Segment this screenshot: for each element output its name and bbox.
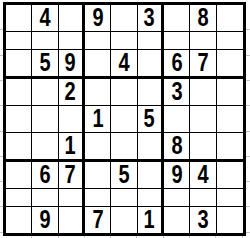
- cell-r7c8[interactable]: 4: [190, 162, 216, 189]
- cell-r4c7[interactable]: 3: [164, 79, 190, 106]
- cell-r5c2[interactable]: [32, 106, 58, 133]
- given-digit: 8: [171, 133, 182, 159]
- cell-r9c7[interactable]: [164, 207, 190, 233]
- cell-r5c4[interactable]: 1: [85, 106, 111, 133]
- cell-r9c2[interactable]: 9: [32, 207, 58, 233]
- cell-r4c6[interactable]: [138, 79, 164, 106]
- cell-r8c5[interactable]: [111, 189, 137, 207]
- given-digit: 9: [92, 5, 103, 31]
- given-digit: 7: [197, 50, 208, 76]
- cell-r7c2[interactable]: 6: [32, 162, 58, 189]
- cell-r4c5[interactable]: [111, 79, 137, 106]
- cell-r5c3[interactable]: [59, 106, 85, 133]
- given-digit: 4: [39, 5, 50, 31]
- cell-r9c3[interactable]: [59, 207, 85, 233]
- given-digit: 4: [197, 162, 208, 188]
- given-digit: 8: [197, 5, 208, 31]
- given-digit: 9: [65, 50, 76, 76]
- cell-r4c9[interactable]: [217, 79, 243, 106]
- cell-r6c2[interactable]: [32, 133, 58, 162]
- cell-r7c6[interactable]: [138, 162, 164, 189]
- given-digit: 7: [92, 207, 103, 233]
- cell-r6c8[interactable]: [190, 133, 216, 162]
- cell-r7c7[interactable]: 9: [164, 162, 190, 189]
- cell-r1c2[interactable]: 4: [32, 5, 58, 32]
- cell-r8c3[interactable]: [59, 189, 85, 207]
- cell-r1c4[interactable]: 9: [85, 5, 111, 32]
- cell-r1c6[interactable]: 3: [138, 5, 164, 32]
- cell-r2c9[interactable]: [217, 32, 243, 50]
- cell-r5c5[interactable]: [111, 106, 137, 133]
- given-digit: 3: [197, 207, 208, 233]
- cell-r7c1[interactable]: [6, 162, 32, 189]
- cell-r8c7[interactable]: [164, 189, 190, 207]
- cell-r7c9[interactable]: [217, 162, 243, 189]
- cell-r4c4[interactable]: [85, 79, 111, 106]
- sudoku-board: 493859467231518675949713: [3, 2, 246, 236]
- given-digit: 5: [118, 162, 129, 188]
- cell-r6c5[interactable]: [111, 133, 137, 162]
- given-digit: 1: [92, 106, 103, 132]
- cell-r1c8[interactable]: 8: [190, 5, 216, 32]
- cell-r3c6[interactable]: [138, 50, 164, 79]
- cell-r6c1[interactable]: [6, 133, 32, 162]
- cell-r3c2[interactable]: 5: [32, 50, 58, 79]
- given-digit: 9: [39, 207, 50, 233]
- given-digit: 4: [118, 50, 129, 76]
- cell-r4c8[interactable]: [190, 79, 216, 106]
- given-digit: 2: [65, 79, 76, 105]
- given-digit: 3: [171, 79, 182, 105]
- cell-r9c5[interactable]: [111, 207, 137, 233]
- cell-r7c4[interactable]: [85, 162, 111, 189]
- cell-r2c6[interactable]: [138, 32, 164, 50]
- spreadsheet-gridline-ticks-right: [246, 5, 250, 233]
- cell-r2c1[interactable]: [6, 32, 32, 50]
- cell-r9c6[interactable]: 1: [138, 207, 164, 233]
- cell-r4c3[interactable]: 2: [59, 79, 85, 106]
- cell-r7c3[interactable]: 7: [59, 162, 85, 189]
- cell-r5c7[interactable]: [164, 106, 190, 133]
- cell-r1c1[interactable]: [6, 5, 32, 32]
- cell-r5c8[interactable]: [190, 106, 216, 133]
- cell-r1c3[interactable]: [59, 5, 85, 32]
- given-digit: 9: [171, 162, 182, 188]
- cell-r6c3[interactable]: 1: [59, 133, 85, 162]
- cell-r3c3[interactable]: 9: [59, 50, 85, 79]
- cell-r1c5[interactable]: [111, 5, 137, 32]
- given-digit: 1: [144, 207, 155, 233]
- cell-r3c7[interactable]: 6: [164, 50, 190, 79]
- given-digit: 1: [65, 133, 76, 159]
- spreadsheet-gridline-ticks-bottom: [6, 236, 243, 238]
- cell-r1c9[interactable]: [217, 5, 243, 32]
- cell-r2c4[interactable]: [85, 32, 111, 50]
- cell-r9c1[interactable]: [6, 207, 32, 233]
- cell-r9c9[interactable]: [217, 207, 243, 233]
- given-digit: 6: [171, 50, 182, 76]
- cell-r5c9[interactable]: [217, 106, 243, 133]
- cell-r6c6[interactable]: [138, 133, 164, 162]
- given-digit: 6: [39, 162, 50, 188]
- cell-r7c5[interactable]: 5: [111, 162, 137, 189]
- cell-r3c5[interactable]: 4: [111, 50, 137, 79]
- cell-r3c4[interactable]: [85, 50, 111, 79]
- cell-r4c1[interactable]: [6, 79, 32, 106]
- cell-r4c2[interactable]: [32, 79, 58, 106]
- cell-r3c9[interactable]: [217, 50, 243, 79]
- given-digit: 5: [144, 106, 155, 132]
- cell-r5c6[interactable]: 5: [138, 106, 164, 133]
- cell-r6c7[interactable]: 8: [164, 133, 190, 162]
- cell-r8c9[interactable]: [217, 189, 243, 207]
- given-digit: 7: [65, 162, 76, 188]
- cell-r6c9[interactable]: [217, 133, 243, 162]
- cell-r9c8[interactable]: 3: [190, 207, 216, 233]
- given-digit: 5: [39, 50, 50, 76]
- cell-r3c8[interactable]: 7: [190, 50, 216, 79]
- cell-r8c1[interactable]: [6, 189, 32, 207]
- cell-r6c4[interactable]: [85, 133, 111, 162]
- cell-r3c1[interactable]: [6, 50, 32, 79]
- cell-r1c7[interactable]: [164, 5, 190, 32]
- cell-r9c4[interactable]: 7: [85, 207, 111, 233]
- given-digit: 3: [144, 5, 155, 31]
- cell-r5c1[interactable]: [6, 106, 32, 133]
